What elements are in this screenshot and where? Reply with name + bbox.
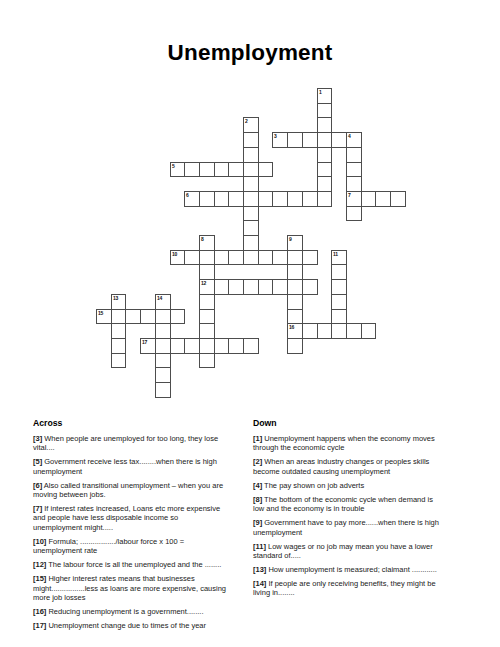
clue-item: [14] If people are only receiving benefi…: [253, 579, 495, 598]
grid-cell[interactable]: [331, 279, 347, 295]
grid-cell[interactable]: [199, 338, 215, 354]
grid-cell[interactable]: [111, 323, 126, 339]
grid-cell[interactable]: [287, 132, 303, 148]
grid-cell[interactable]: 5: [170, 162, 185, 177]
grid-cell[interactable]: [287, 294, 303, 310]
grid-cell[interactable]: [346, 323, 362, 339]
clue-item: [2] When an areas industry changes or pe…: [253, 457, 495, 476]
grid-cell[interactable]: [155, 367, 171, 383]
grid-cell[interactable]: 14: [155, 294, 171, 310]
grid-cell[interactable]: [317, 323, 332, 339]
down-header: Down: [253, 418, 495, 428]
grid-cell[interactable]: [243, 220, 259, 236]
cell-number: 6: [186, 192, 189, 198]
clue-item: [8] The bottom of the economic cycle whe…: [253, 495, 495, 514]
grid-cell[interactable]: [199, 162, 215, 177]
clue-item: [6] Also called transitional unemploymen…: [33, 481, 283, 500]
clue-item: [7] If interest rates increased, Loans e…: [33, 504, 283, 532]
grid-cell[interactable]: [228, 162, 244, 177]
grid-cell[interactable]: 3: [272, 132, 288, 148]
grid-cell[interactable]: [258, 162, 273, 177]
grid-cell[interactable]: [390, 191, 406, 207]
grid-cell[interactable]: [199, 250, 215, 265]
grid-cell[interactable]: [243, 162, 259, 177]
grid-cell[interactable]: [184, 162, 200, 177]
cell-number: 5: [172, 163, 175, 169]
grid-cell[interactable]: [331, 132, 347, 148]
cell-number: 16: [289, 324, 294, 330]
grid-cell[interactable]: [287, 250, 303, 265]
cell-number: 12: [201, 280, 206, 286]
clue-number: [11]: [253, 542, 266, 551]
grid-cell[interactable]: [287, 264, 303, 280]
across-clue-list: [3] When people are unemployed for too l…: [33, 434, 283, 630]
clue-item: [12] The labour force is all the unemplo…: [33, 560, 283, 569]
grid-cell[interactable]: [243, 191, 259, 207]
grid-cell[interactable]: [243, 206, 259, 221]
clue-item: [3] When people are unemployed for too l…: [33, 434, 283, 453]
clue-number: [7]: [33, 504, 42, 513]
grid-cell[interactable]: [214, 338, 229, 354]
grid-cell[interactable]: [302, 323, 318, 339]
grid-cell[interactable]: 10: [170, 250, 185, 265]
grid-cell[interactable]: [317, 176, 332, 192]
grid-cell[interactable]: 6: [184, 191, 200, 207]
grid-cell[interactable]: [170, 309, 185, 324]
grid-cell[interactable]: [155, 382, 171, 398]
grid-cell[interactable]: [272, 250, 288, 265]
grid-cell[interactable]: [243, 235, 259, 251]
grid-cell[interactable]: [155, 323, 171, 339]
grid-cell[interactable]: 11: [331, 250, 347, 265]
grid-cell[interactable]: [302, 132, 318, 148]
grid-cell[interactable]: [317, 117, 332, 133]
clue-number: [14]: [253, 579, 266, 588]
grid-cell[interactable]: [258, 191, 273, 207]
grid-cell[interactable]: [346, 147, 362, 163]
grid-cell[interactable]: [228, 338, 244, 354]
clue-item: [9] Government have to pay more......whe…: [253, 518, 495, 537]
grid-cell[interactable]: 13: [111, 294, 126, 310]
grid-cell[interactable]: [258, 279, 273, 295]
grid-cell[interactable]: 7: [346, 191, 362, 207]
grid-cell[interactable]: [287, 338, 303, 354]
grid-cell[interactable]: [287, 279, 303, 295]
grid-cell[interactable]: [346, 162, 362, 177]
clue-item: [5] Government receive less tax........w…: [33, 457, 283, 476]
grid-cell[interactable]: [361, 323, 376, 339]
grid-cell[interactable]: [346, 176, 362, 192]
grid-cell[interactable]: 4: [346, 132, 362, 148]
cell-number: 13: [113, 295, 118, 301]
cell-number: 9: [289, 236, 292, 242]
cell-number: 1: [319, 89, 322, 95]
grid-cell[interactable]: [243, 147, 259, 163]
worksheet-page: Unemployment 1234567891011121314151617 A…: [0, 0, 500, 647]
grid-cell[interactable]: [199, 264, 215, 280]
grid-cell[interactable]: [214, 191, 229, 207]
down-clue-list: [1] Unemployment happens when the econom…: [253, 434, 495, 598]
grid-cell[interactable]: [155, 338, 171, 354]
grid-cell[interactable]: [331, 323, 347, 339]
grid-cell[interactable]: [287, 309, 303, 324]
grid-cell[interactable]: [272, 191, 288, 207]
grid-cell[interactable]: [302, 279, 318, 295]
cell-number: 3: [274, 133, 277, 139]
grid-cell[interactable]: 1: [317, 88, 332, 104]
grid-cell[interactable]: [111, 309, 126, 324]
grid-cell[interactable]: [346, 206, 362, 221]
grid-cell[interactable]: 17: [140, 338, 156, 354]
crossword-grid: 1234567891011121314151617: [96, 88, 408, 400]
grid-cell[interactable]: [199, 353, 215, 368]
clue-number: [1]: [253, 434, 262, 443]
clue-item: [13] How unemployment is measured; claim…: [253, 565, 495, 574]
grid-cell[interactable]: [184, 338, 200, 354]
grid-cell[interactable]: [317, 132, 332, 148]
grid-cell[interactable]: [243, 176, 259, 192]
clue-number: [5]: [33, 457, 42, 466]
cell-number: 7: [348, 192, 351, 198]
grid-cell[interactable]: [184, 250, 200, 265]
clue-number: [16]: [33, 607, 46, 616]
clue-item: [17] Unemployment change due to times of…: [33, 621, 283, 630]
grid-cell[interactable]: [331, 309, 347, 324]
down-clues-section: Down [1] Unemployment happens when the e…: [253, 418, 495, 603]
cell-number: 14: [157, 295, 162, 301]
clue-item: [15] Higher interest rates means that bu…: [33, 574, 283, 602]
grid-cell[interactable]: [214, 250, 229, 265]
clue-item: [11] Low wages or no job may mean you ha…: [253, 542, 495, 561]
clue-number: [9]: [253, 518, 262, 527]
cell-number: 11: [333, 251, 338, 257]
grid-cell[interactable]: [287, 191, 303, 207]
clue-number: [3]: [33, 434, 42, 443]
clue-item: [16] Reducing unemployment is a governme…: [33, 607, 283, 616]
grid-cell[interactable]: [317, 103, 332, 118]
grid-cell[interactable]: [317, 191, 332, 207]
grid-cell[interactable]: [302, 191, 318, 207]
clue-number: [4]: [253, 481, 262, 490]
cell-number: 10: [172, 251, 177, 257]
across-clues-section: Across [3] When people are unemployed fo…: [33, 418, 283, 635]
grid-cell[interactable]: [317, 147, 332, 163]
cell-number: 4: [348, 133, 351, 139]
grid-cell[interactable]: 12: [199, 279, 215, 295]
grid-cell[interactable]: 16: [287, 323, 303, 339]
cell-number: 15: [98, 310, 103, 316]
grid-cell[interactable]: [111, 338, 126, 354]
grid-cell[interactable]: [214, 279, 229, 295]
clue-number: [12]: [33, 560, 46, 569]
grid-cell[interactable]: [243, 250, 259, 265]
grid-cell[interactable]: [125, 309, 141, 324]
grid-cell[interactable]: [228, 250, 244, 265]
grid-cell[interactable]: [375, 191, 391, 207]
grid-cell[interactable]: [228, 279, 244, 295]
grid-cell[interactable]: [243, 132, 259, 148]
clue-number: [13]: [253, 565, 266, 574]
grid-cell[interactable]: [243, 279, 259, 295]
grid-cell[interactable]: [170, 338, 185, 354]
clue-item: [4] The pay shown on job adverts: [253, 481, 495, 490]
grid-cell[interactable]: [214, 162, 229, 177]
grid-cell[interactable]: [140, 309, 156, 324]
grid-cell[interactable]: [155, 309, 171, 324]
grid-cell[interactable]: 2: [243, 117, 259, 133]
clue-number: [8]: [253, 495, 262, 504]
grid-cell[interactable]: [272, 279, 288, 295]
clue-number: [15]: [33, 574, 46, 583]
grid-cell[interactable]: [155, 353, 171, 368]
grid-cell[interactable]: 8: [199, 235, 215, 251]
puzzle-title: Unemployment: [0, 40, 500, 66]
grid-cell[interactable]: [258, 250, 273, 265]
clue-number: [6]: [33, 481, 42, 490]
grid-cell[interactable]: [302, 250, 318, 265]
across-header: Across: [33, 418, 283, 428]
grid-cell[interactable]: [331, 294, 347, 310]
clue-number: [17]: [33, 621, 46, 630]
grid-cell[interactable]: 9: [287, 235, 303, 251]
grid-cell[interactable]: 15: [96, 309, 112, 324]
grid-cell[interactable]: [199, 191, 215, 207]
grid-cell[interactable]: [228, 191, 244, 207]
clue-number: [10]: [33, 537, 46, 546]
grid-cell[interactable]: [199, 323, 215, 339]
grid-cell[interactable]: [199, 294, 215, 310]
grid-cell[interactable]: [199, 309, 215, 324]
clue-item: [1] Unemployment happens when the econom…: [253, 434, 495, 453]
cell-number: 2: [245, 118, 248, 124]
grid-cell[interactable]: [361, 191, 376, 207]
cell-number: 8: [201, 236, 204, 242]
grid-cell[interactable]: [317, 162, 332, 177]
grid-cell[interactable]: [111, 353, 126, 368]
clue-item: [10] Formula; ................./labour f…: [33, 537, 283, 556]
clue-number: [2]: [253, 457, 262, 466]
grid-cell[interactable]: [243, 338, 259, 354]
cell-number: 17: [142, 339, 147, 345]
grid-cell[interactable]: [331, 264, 347, 280]
